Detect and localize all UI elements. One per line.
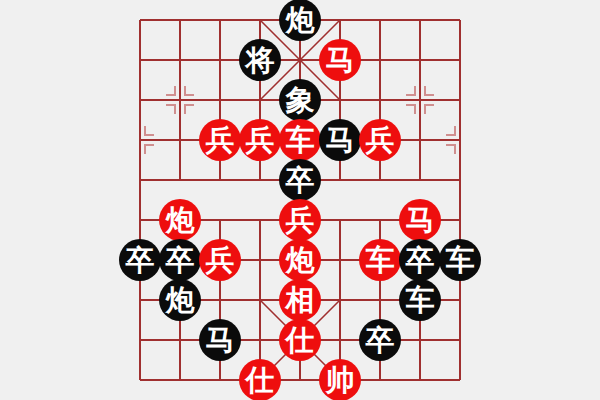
piece-black-soldier[interactable]: 卒 <box>399 239 441 281</box>
pieces-layer: 炮将马象兵兵车马兵卒炮兵马卒卒兵炮车卒车炮相车马仕卒仕帅 <box>0 0 600 400</box>
piece-black-horse[interactable]: 马 <box>199 319 241 361</box>
piece-red-horse[interactable]: 马 <box>319 39 361 81</box>
piece-black-chariot[interactable]: 车 <box>439 239 481 281</box>
piece-red-king[interactable]: 帅 <box>319 359 361 400</box>
piece-red-chariot[interactable]: 车 <box>359 239 401 281</box>
piece-red-cannon[interactable]: 炮 <box>279 239 321 281</box>
piece-red-soldier[interactable]: 兵 <box>199 119 241 161</box>
piece-red-soldier[interactable]: 兵 <box>199 239 241 281</box>
piece-black-elephant[interactable]: 象 <box>279 79 321 121</box>
piece-black-cannon[interactable]: 炮 <box>159 279 201 321</box>
piece-red-advisor[interactable]: 仕 <box>239 359 281 400</box>
piece-black-soldier[interactable]: 卒 <box>359 319 401 361</box>
piece-black-soldier[interactable]: 卒 <box>279 159 321 201</box>
piece-black-soldier[interactable]: 卒 <box>119 239 161 281</box>
piece-red-soldier[interactable]: 兵 <box>239 119 281 161</box>
piece-red-horse[interactable]: 马 <box>399 199 441 241</box>
piece-black-soldier[interactable]: 卒 <box>159 239 201 281</box>
piece-black-chariot[interactable]: 车 <box>399 279 441 321</box>
piece-red-elephant[interactable]: 相 <box>279 279 321 321</box>
piece-red-cannon[interactable]: 炮 <box>159 199 201 241</box>
piece-black-cannon[interactable]: 炮 <box>279 0 321 41</box>
piece-black-horse[interactable]: 马 <box>319 119 361 161</box>
piece-red-soldier[interactable]: 兵 <box>359 119 401 161</box>
xiangqi-board: 炮将马象兵兵车马兵卒炮兵马卒卒兵炮车卒车炮相车马仕卒仕帅 <box>0 0 600 400</box>
piece-red-chariot[interactable]: 车 <box>279 119 321 161</box>
piece-black-king[interactable]: 将 <box>239 39 281 81</box>
piece-red-soldier[interactable]: 兵 <box>279 199 321 241</box>
piece-red-advisor[interactable]: 仕 <box>279 319 321 361</box>
